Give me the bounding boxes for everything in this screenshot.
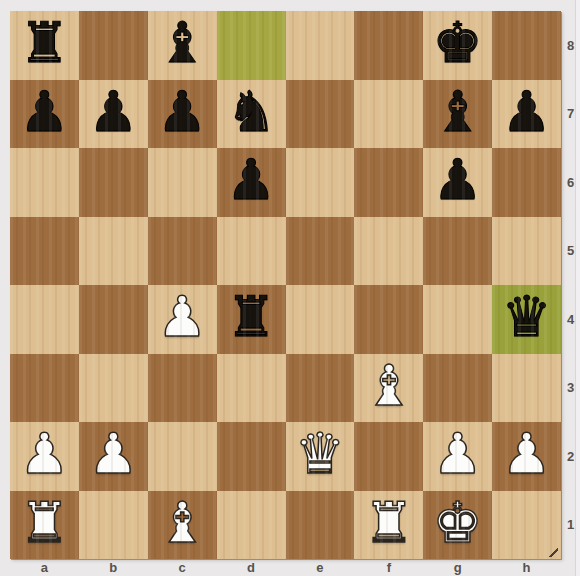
square-g7[interactable]: ♝: [423, 80, 492, 149]
square-b3[interactable]: [79, 354, 148, 423]
square-e2[interactable]: ♛: [286, 422, 355, 491]
square-b2[interactable]: ♟: [79, 422, 148, 491]
square-a5[interactable]: [10, 217, 79, 286]
square-f6[interactable]: [354, 148, 423, 217]
white-rook-f1[interactable]: ♜: [364, 491, 414, 557]
white-bishop-c1[interactable]: ♝: [157, 491, 207, 557]
white-rook-a1[interactable]: ♜: [19, 491, 69, 557]
square-c1[interactable]: ♝: [148, 491, 217, 560]
square-d6[interactable]: ♟: [217, 148, 286, 217]
square-c8[interactable]: ♝: [148, 11, 217, 80]
square-c5[interactable]: [148, 217, 217, 286]
square-a2[interactable]: ♟: [10, 422, 79, 491]
square-h4[interactable]: ♛: [492, 285, 561, 354]
square-g3[interactable]: [423, 354, 492, 423]
square-f5[interactable]: [354, 217, 423, 286]
chess-app-window: ♜♝♚♟♟♟♞♝♟♟♟♟♜♛♝♟♟♛♟♟♜♝♜♚ 87654321 abcdef…: [0, 0, 580, 576]
square-f3[interactable]: ♝: [354, 354, 423, 423]
square-h8[interactable]: [492, 11, 561, 80]
white-pawn-g2[interactable]: ♟: [433, 422, 483, 488]
square-g5[interactable]: [423, 217, 492, 286]
black-rook-d4[interactable]: ♜: [226, 285, 276, 351]
square-f4[interactable]: [354, 285, 423, 354]
square-e5[interactable]: [286, 217, 355, 286]
square-d8[interactable]: [217, 11, 286, 80]
square-e1[interactable]: [286, 491, 355, 560]
file-label-a: a: [10, 559, 79, 576]
white-pawn-c4[interactable]: ♟: [157, 285, 207, 351]
square-e8[interactable]: [286, 11, 355, 80]
white-pawn-b2[interactable]: ♟: [88, 422, 138, 488]
square-c7[interactable]: ♟: [148, 80, 217, 149]
square-h5[interactable]: [492, 217, 561, 286]
square-h1[interactable]: [492, 491, 561, 560]
square-a4[interactable]: [10, 285, 79, 354]
square-b6[interactable]: [79, 148, 148, 217]
right-edge-strip: [575, 0, 580, 576]
square-b1[interactable]: [79, 491, 148, 560]
black-pawn-h7[interactable]: ♟: [501, 80, 551, 146]
square-f8[interactable]: [354, 11, 423, 80]
black-pawn-d6[interactable]: ♟: [226, 148, 276, 214]
square-d3[interactable]: [217, 354, 286, 423]
black-pawn-g6[interactable]: ♟: [433, 148, 483, 214]
square-f2[interactable]: [354, 422, 423, 491]
black-king-g8[interactable]: ♚: [433, 11, 483, 77]
black-queen-h4[interactable]: ♛: [501, 285, 551, 351]
square-e7[interactable]: [286, 80, 355, 149]
file-label-d: d: [217, 559, 286, 576]
square-c3[interactable]: [148, 354, 217, 423]
square-e6[interactable]: [286, 148, 355, 217]
square-a7[interactable]: ♟: [10, 80, 79, 149]
black-bishop-c8[interactable]: ♝: [157, 11, 207, 77]
square-b7[interactable]: ♟: [79, 80, 148, 149]
square-c6[interactable]: [148, 148, 217, 217]
square-h6[interactable]: [492, 148, 561, 217]
file-label-f: f: [354, 559, 423, 576]
file-label-c: c: [148, 559, 217, 576]
square-g1[interactable]: ♚: [423, 491, 492, 560]
square-f1[interactable]: ♜: [354, 491, 423, 560]
file-label-h: h: [492, 559, 561, 576]
black-bishop-g7[interactable]: ♝: [433, 80, 483, 146]
square-h7[interactable]: ♟: [492, 80, 561, 149]
file-coordinates: abcdefgh: [10, 559, 561, 576]
square-g2[interactable]: ♟: [423, 422, 492, 491]
square-d1[interactable]: [217, 491, 286, 560]
black-pawn-b7[interactable]: ♟: [88, 80, 138, 146]
square-a3[interactable]: [10, 354, 79, 423]
square-a6[interactable]: [10, 148, 79, 217]
square-h2[interactable]: ♟: [492, 422, 561, 491]
white-pawn-a2[interactable]: ♟: [19, 422, 69, 488]
square-h3[interactable]: [492, 354, 561, 423]
square-a8[interactable]: ♜: [10, 11, 79, 80]
square-d5[interactable]: [217, 217, 286, 286]
square-e4[interactable]: [286, 285, 355, 354]
white-king-g1[interactable]: ♚: [433, 491, 483, 557]
black-pawn-a7[interactable]: ♟: [19, 80, 69, 146]
black-pawn-c7[interactable]: ♟: [157, 80, 207, 146]
square-d7[interactable]: ♞: [217, 80, 286, 149]
file-label-g: g: [423, 559, 492, 576]
square-g6[interactable]: ♟: [423, 148, 492, 217]
white-bishop-f3[interactable]: ♝: [364, 354, 414, 420]
square-b4[interactable]: [79, 285, 148, 354]
square-g4[interactable]: [423, 285, 492, 354]
square-e3[interactable]: [286, 354, 355, 423]
black-rook-a8[interactable]: ♜: [19, 11, 69, 77]
file-label-e: e: [286, 559, 355, 576]
square-c4[interactable]: ♟: [148, 285, 217, 354]
square-d2[interactable]: [217, 422, 286, 491]
white-queen-e2[interactable]: ♛: [295, 422, 345, 488]
square-g8[interactable]: ♚: [423, 11, 492, 80]
chess-board: ♜♝♚♟♟♟♞♝♟♟♟♟♜♛♝♟♟♛♟♟♜♝♜♚: [10, 11, 561, 559]
square-d4[interactable]: ♜: [217, 285, 286, 354]
square-a1[interactable]: ♜: [10, 491, 79, 560]
square-f7[interactable]: [354, 80, 423, 149]
file-label-b: b: [79, 559, 148, 576]
square-b8[interactable]: [79, 11, 148, 80]
white-pawn-h2[interactable]: ♟: [501, 422, 551, 488]
black-knight-d7[interactable]: ♞: [226, 80, 276, 146]
square-c2[interactable]: [148, 422, 217, 491]
square-b5[interactable]: [79, 217, 148, 286]
